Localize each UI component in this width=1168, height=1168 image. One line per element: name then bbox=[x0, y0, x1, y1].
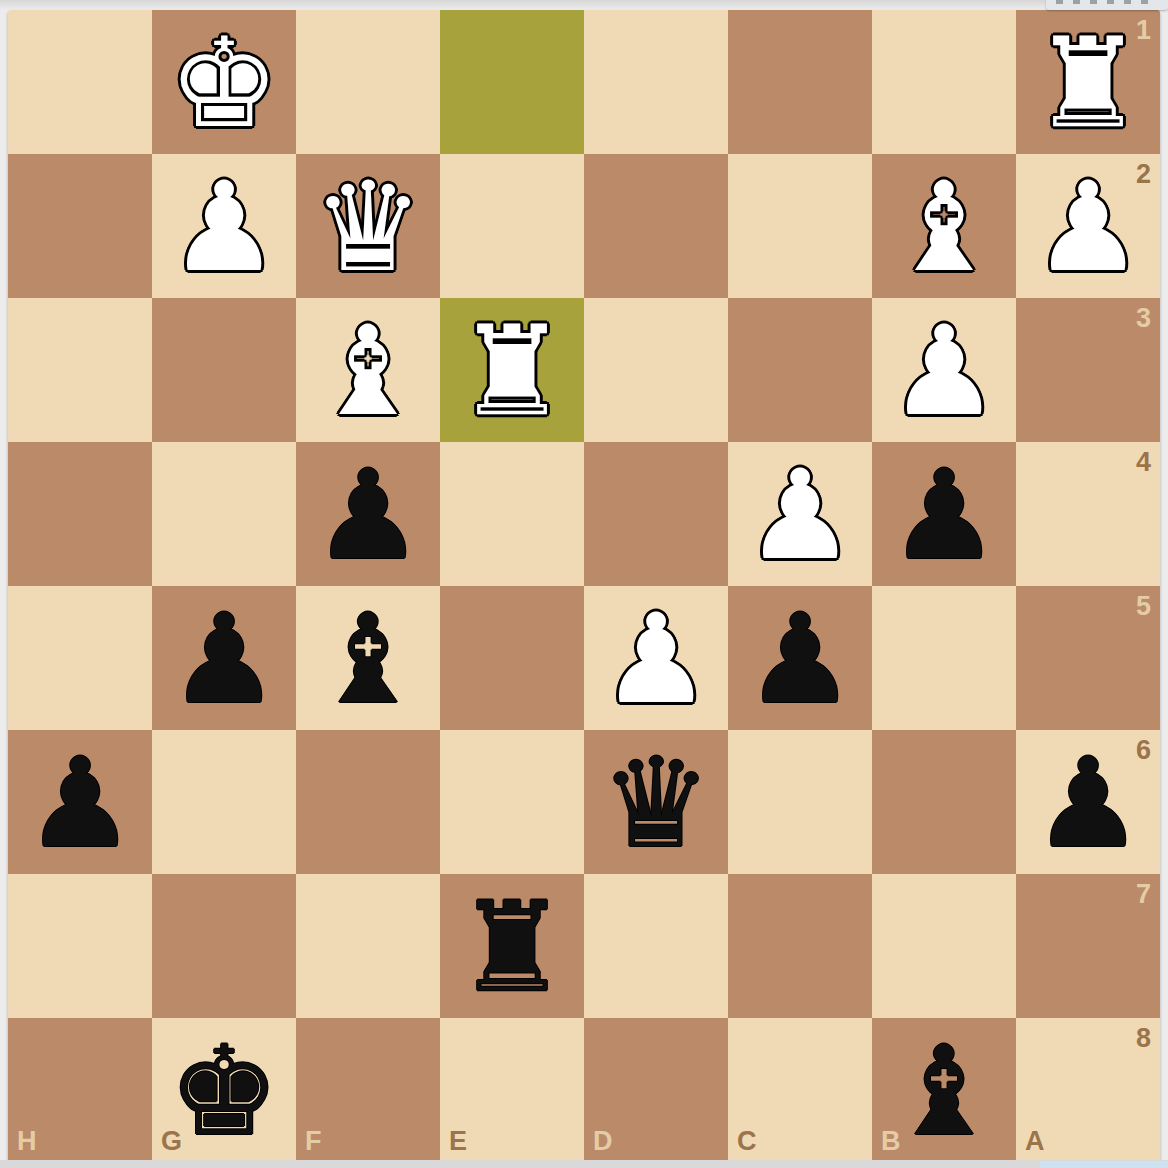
file-label-e: E bbox=[449, 1126, 467, 1157]
piece-black-pawn[interactable]: ♟ bbox=[152, 586, 296, 730]
piece-black-queen[interactable]: ♛ bbox=[584, 730, 728, 874]
square-b2[interactable]: ♝ bbox=[872, 154, 1016, 298]
square-g2[interactable]: ♟ bbox=[152, 154, 296, 298]
square-b3[interactable]: ♟ bbox=[872, 298, 1016, 442]
square-f7[interactable] bbox=[296, 874, 440, 1018]
square-c5[interactable]: ♟ bbox=[728, 586, 872, 730]
square-a7[interactable]: 7 bbox=[1016, 874, 1160, 1018]
page-top-margin bbox=[0, 0, 1168, 10]
square-b5[interactable] bbox=[872, 586, 1016, 730]
square-f1[interactable] bbox=[296, 10, 440, 154]
square-a5[interactable]: 5 bbox=[1016, 586, 1160, 730]
rank-label-5: 5 bbox=[1136, 591, 1151, 622]
square-e3[interactable]: ♜ bbox=[440, 298, 584, 442]
square-h1[interactable] bbox=[8, 10, 152, 154]
square-c8[interactable]: C bbox=[728, 1018, 872, 1162]
piece-white-pawn[interactable]: ♟ bbox=[728, 442, 872, 586]
square-g1[interactable]: ♚ bbox=[152, 10, 296, 154]
board-bottom-shadow bbox=[0, 1160, 1168, 1168]
piece-black-bishop[interactable]: ♝ bbox=[296, 586, 440, 730]
square-c3[interactable] bbox=[728, 298, 872, 442]
piece-black-pawn[interactable]: ♟ bbox=[872, 442, 1016, 586]
square-b8[interactable]: B♝ bbox=[872, 1018, 1016, 1162]
square-h5[interactable] bbox=[8, 586, 152, 730]
clock-fragment bbox=[1046, 0, 1168, 10]
square-g5[interactable]: ♟ bbox=[152, 586, 296, 730]
square-c1[interactable] bbox=[728, 10, 872, 154]
piece-white-pawn[interactable]: ♟ bbox=[1016, 154, 1160, 298]
square-d7[interactable] bbox=[584, 874, 728, 1018]
square-e2[interactable] bbox=[440, 154, 584, 298]
square-f5[interactable]: ♝ bbox=[296, 586, 440, 730]
square-e5[interactable] bbox=[440, 586, 584, 730]
square-c4[interactable]: ♟ bbox=[728, 442, 872, 586]
cropped-bottom-panel-fragment bbox=[1040, 1161, 1168, 1168]
piece-black-bishop[interactable]: ♝ bbox=[872, 1018, 1016, 1162]
file-label-d: D bbox=[593, 1126, 613, 1157]
square-b1[interactable] bbox=[872, 10, 1016, 154]
file-label-h: H bbox=[17, 1126, 37, 1157]
square-h6[interactable]: ♟ bbox=[8, 730, 152, 874]
square-a2[interactable]: 2♟ bbox=[1016, 154, 1160, 298]
file-label-a: A bbox=[1025, 1126, 1045, 1157]
square-e7[interactable]: ♜ bbox=[440, 874, 584, 1018]
square-b4[interactable]: ♟ bbox=[872, 442, 1016, 586]
piece-black-pawn[interactable]: ♟ bbox=[1016, 730, 1160, 874]
square-d5[interactable]: ♟ bbox=[584, 586, 728, 730]
piece-white-pawn[interactable]: ♟ bbox=[152, 154, 296, 298]
piece-white-king[interactable]: ♚ bbox=[152, 10, 296, 154]
square-d6[interactable]: ♛ bbox=[584, 730, 728, 874]
piece-black-pawn[interactable]: ♟ bbox=[728, 586, 872, 730]
square-g6[interactable] bbox=[152, 730, 296, 874]
square-b7[interactable] bbox=[872, 874, 1016, 1018]
piece-white-rook[interactable]: ♜ bbox=[1016, 10, 1160, 154]
square-f8[interactable]: F bbox=[296, 1018, 440, 1162]
square-e4[interactable] bbox=[440, 442, 584, 586]
rank-label-7: 7 bbox=[1136, 879, 1151, 910]
file-label-c: C bbox=[737, 1126, 757, 1157]
piece-black-pawn[interactable]: ♟ bbox=[296, 442, 440, 586]
square-d3[interactable] bbox=[584, 298, 728, 442]
square-h8[interactable]: H bbox=[8, 1018, 152, 1162]
square-c2[interactable] bbox=[728, 154, 872, 298]
square-h4[interactable] bbox=[8, 442, 152, 586]
square-a3[interactable]: 3 bbox=[1016, 298, 1160, 442]
square-d1[interactable] bbox=[584, 10, 728, 154]
square-e1[interactable] bbox=[440, 10, 584, 154]
square-a6[interactable]: 6♟ bbox=[1016, 730, 1160, 874]
piece-white-bishop[interactable]: ♝ bbox=[872, 154, 1016, 298]
square-d2[interactable] bbox=[584, 154, 728, 298]
square-a4[interactable]: 4 bbox=[1016, 442, 1160, 586]
piece-black-pawn[interactable]: ♟ bbox=[8, 730, 152, 874]
piece-white-pawn[interactable]: ♟ bbox=[584, 586, 728, 730]
square-f2[interactable]: ♛ bbox=[296, 154, 440, 298]
piece-white-pawn[interactable]: ♟ bbox=[872, 298, 1016, 442]
square-g8[interactable]: G♚ bbox=[152, 1018, 296, 1162]
piece-white-rook[interactable]: ♜ bbox=[440, 298, 584, 442]
square-e6[interactable] bbox=[440, 730, 584, 874]
chess-board: ♚1♜♟♛♝2♟♝♜♟3♟♟♟4♟♝♟♟5♟♛6♟♜7HG♚FEDCB♝8A bbox=[8, 10, 1160, 1162]
square-g3[interactable] bbox=[152, 298, 296, 442]
rank-label-4: 4 bbox=[1136, 447, 1151, 478]
square-h3[interactable] bbox=[8, 298, 152, 442]
square-h2[interactable] bbox=[8, 154, 152, 298]
rank-label-3: 3 bbox=[1136, 303, 1151, 334]
square-e8[interactable]: E bbox=[440, 1018, 584, 1162]
piece-black-rook[interactable]: ♜ bbox=[440, 874, 584, 1018]
square-g4[interactable] bbox=[152, 442, 296, 586]
square-g7[interactable] bbox=[152, 874, 296, 1018]
piece-white-bishop[interactable]: ♝ bbox=[296, 298, 440, 442]
square-b6[interactable] bbox=[872, 730, 1016, 874]
square-d4[interactable] bbox=[584, 442, 728, 586]
square-a1[interactable]: 1♜ bbox=[1016, 10, 1160, 154]
square-c6[interactable] bbox=[728, 730, 872, 874]
piece-white-queen[interactable]: ♛ bbox=[296, 154, 440, 298]
square-h7[interactable] bbox=[8, 874, 152, 1018]
square-d8[interactable]: D bbox=[584, 1018, 728, 1162]
square-f3[interactable]: ♝ bbox=[296, 298, 440, 442]
file-label-f: F bbox=[305, 1126, 322, 1157]
page: ♚1♜♟♛♝2♟♝♜♟3♟♟♟4♟♝♟♟5♟♛6♟♜7HG♚FEDCB♝8A bbox=[0, 0, 1168, 1168]
square-c7[interactable] bbox=[728, 874, 872, 1018]
piece-black-king[interactable]: ♚ bbox=[152, 1018, 296, 1162]
clock-digits-cropped bbox=[1056, 0, 1156, 4]
square-a8[interactable]: 8A bbox=[1016, 1018, 1160, 1162]
square-f4[interactable]: ♟ bbox=[296, 442, 440, 586]
rank-label-8: 8 bbox=[1136, 1023, 1151, 1054]
square-f6[interactable] bbox=[296, 730, 440, 874]
